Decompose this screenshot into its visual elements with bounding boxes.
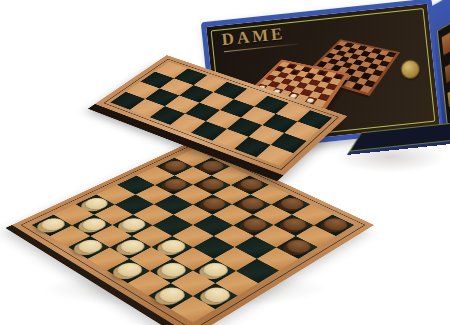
product-photo-scene: DAME	[0, 0, 450, 325]
board-square	[360, 85, 372, 93]
box-side-art	[442, 32, 450, 55]
box-side-art	[445, 62, 450, 83]
